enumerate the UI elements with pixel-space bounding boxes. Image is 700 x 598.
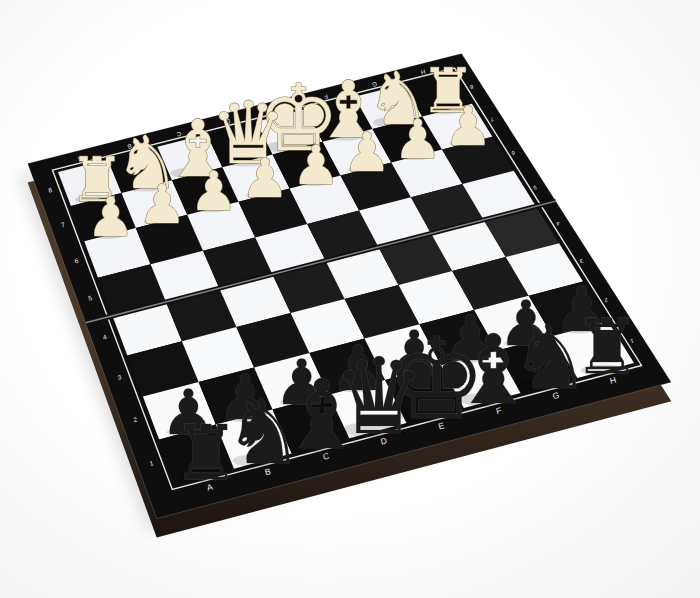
white-pawn-h7: ♟: [444, 95, 492, 158]
chess-board: AABBCCDDEEFFGGHH1122334455667788♜♞♝♟♚♟♛♟…: [0, 0, 700, 598]
white-pawn-c7: ♟: [189, 160, 237, 223]
white-pawn-a7: ♟: [86, 186, 134, 249]
white-pawn-e7: ♟: [292, 134, 340, 197]
white-pawn-b7: ♟: [138, 173, 186, 236]
black-rook-a1: ♜: [172, 409, 240, 497]
chess-set-photo: AABBCCDDEEFFGGHH1122334455667788♜♞♝♟♚♟♛♟…: [0, 0, 700, 598]
white-pawn-g7: ♟: [393, 108, 441, 171]
white-pawn-d7: ♟: [241, 147, 289, 210]
white-pawn-f7: ♟: [343, 121, 391, 184]
